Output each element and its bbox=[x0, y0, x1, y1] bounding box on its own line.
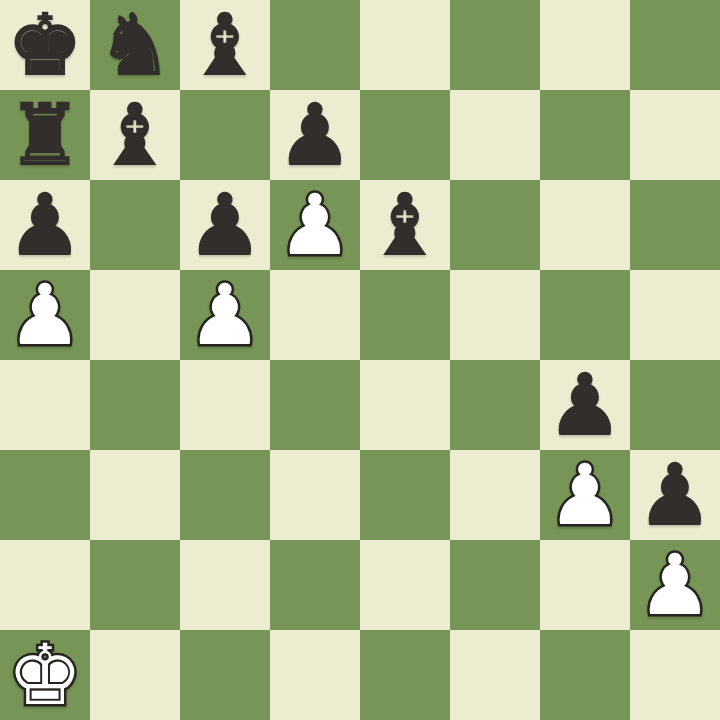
black-rook-piece[interactable]: ♜ bbox=[7, 90, 82, 180]
square-c7[interactable] bbox=[180, 90, 270, 180]
square-f7[interactable] bbox=[450, 90, 540, 180]
square-a8[interactable]: ♚ bbox=[0, 0, 90, 90]
white-pawn-piece[interactable]: ♟ bbox=[547, 450, 622, 540]
black-bishop-piece[interactable]: ♝ bbox=[367, 180, 442, 270]
square-b4[interactable] bbox=[90, 360, 180, 450]
square-h2[interactable]: ♟ bbox=[630, 540, 720, 630]
square-b1[interactable] bbox=[90, 630, 180, 720]
square-f2[interactable] bbox=[450, 540, 540, 630]
square-f8[interactable] bbox=[450, 0, 540, 90]
square-g3[interactable]: ♟ bbox=[540, 450, 630, 540]
square-e3[interactable] bbox=[360, 450, 450, 540]
square-c6[interactable]: ♟ bbox=[180, 180, 270, 270]
square-c2[interactable] bbox=[180, 540, 270, 630]
square-h7[interactable] bbox=[630, 90, 720, 180]
chess-board: ♚♞♝♜♝♟♟♟♟♝♟♟♟♟♟♟♚ bbox=[0, 0, 720, 720]
square-h6[interactable] bbox=[630, 180, 720, 270]
square-g2[interactable] bbox=[540, 540, 630, 630]
square-d4[interactable] bbox=[270, 360, 360, 450]
white-pawn-piece[interactable]: ♟ bbox=[7, 270, 82, 360]
square-d5[interactable] bbox=[270, 270, 360, 360]
white-pawn-piece[interactable]: ♟ bbox=[277, 180, 352, 270]
square-f6[interactable] bbox=[450, 180, 540, 270]
square-d2[interactable] bbox=[270, 540, 360, 630]
square-e7[interactable] bbox=[360, 90, 450, 180]
square-h8[interactable] bbox=[630, 0, 720, 90]
square-a2[interactable] bbox=[0, 540, 90, 630]
square-d6[interactable]: ♟ bbox=[270, 180, 360, 270]
square-e6[interactable]: ♝ bbox=[360, 180, 450, 270]
black-king-piece[interactable]: ♚ bbox=[7, 0, 82, 90]
square-h1[interactable] bbox=[630, 630, 720, 720]
square-f1[interactable] bbox=[450, 630, 540, 720]
square-e4[interactable] bbox=[360, 360, 450, 450]
white-king-piece[interactable]: ♚ bbox=[7, 630, 82, 720]
square-g6[interactable] bbox=[540, 180, 630, 270]
square-b7[interactable]: ♝ bbox=[90, 90, 180, 180]
black-pawn-piece[interactable]: ♟ bbox=[187, 180, 262, 270]
square-c1[interactable] bbox=[180, 630, 270, 720]
square-a1[interactable]: ♚ bbox=[0, 630, 90, 720]
square-a5[interactable]: ♟ bbox=[0, 270, 90, 360]
black-knight-piece[interactable]: ♞ bbox=[97, 0, 172, 90]
square-g8[interactable] bbox=[540, 0, 630, 90]
square-g1[interactable] bbox=[540, 630, 630, 720]
square-a7[interactable]: ♜ bbox=[0, 90, 90, 180]
white-pawn-piece[interactable]: ♟ bbox=[637, 540, 712, 630]
square-d3[interactable] bbox=[270, 450, 360, 540]
black-pawn-piece[interactable]: ♟ bbox=[277, 90, 352, 180]
square-a6[interactable]: ♟ bbox=[0, 180, 90, 270]
black-pawn-piece[interactable]: ♟ bbox=[637, 450, 712, 540]
white-pawn-piece[interactable]: ♟ bbox=[187, 270, 262, 360]
square-e5[interactable] bbox=[360, 270, 450, 360]
square-b3[interactable] bbox=[90, 450, 180, 540]
square-c3[interactable] bbox=[180, 450, 270, 540]
square-b5[interactable] bbox=[90, 270, 180, 360]
black-pawn-piece[interactable]: ♟ bbox=[547, 360, 622, 450]
square-a3[interactable] bbox=[0, 450, 90, 540]
square-b2[interactable] bbox=[90, 540, 180, 630]
square-b8[interactable]: ♞ bbox=[90, 0, 180, 90]
square-f3[interactable] bbox=[450, 450, 540, 540]
square-g7[interactable] bbox=[540, 90, 630, 180]
square-e2[interactable] bbox=[360, 540, 450, 630]
square-f5[interactable] bbox=[450, 270, 540, 360]
square-h5[interactable] bbox=[630, 270, 720, 360]
square-h4[interactable] bbox=[630, 360, 720, 450]
square-c5[interactable]: ♟ bbox=[180, 270, 270, 360]
black-pawn-piece[interactable]: ♟ bbox=[7, 180, 82, 270]
square-g4[interactable]: ♟ bbox=[540, 360, 630, 450]
square-h3[interactable]: ♟ bbox=[630, 450, 720, 540]
square-c4[interactable] bbox=[180, 360, 270, 450]
square-c8[interactable]: ♝ bbox=[180, 0, 270, 90]
square-a4[interactable] bbox=[0, 360, 90, 450]
square-e1[interactable] bbox=[360, 630, 450, 720]
square-g5[interactable] bbox=[540, 270, 630, 360]
black-bishop-piece[interactable]: ♝ bbox=[187, 0, 262, 90]
square-d1[interactable] bbox=[270, 630, 360, 720]
square-d8[interactable] bbox=[270, 0, 360, 90]
square-f4[interactable] bbox=[450, 360, 540, 450]
square-d7[interactable]: ♟ bbox=[270, 90, 360, 180]
square-b6[interactable] bbox=[90, 180, 180, 270]
black-bishop-piece[interactable]: ♝ bbox=[97, 90, 172, 180]
square-e8[interactable] bbox=[360, 0, 450, 90]
